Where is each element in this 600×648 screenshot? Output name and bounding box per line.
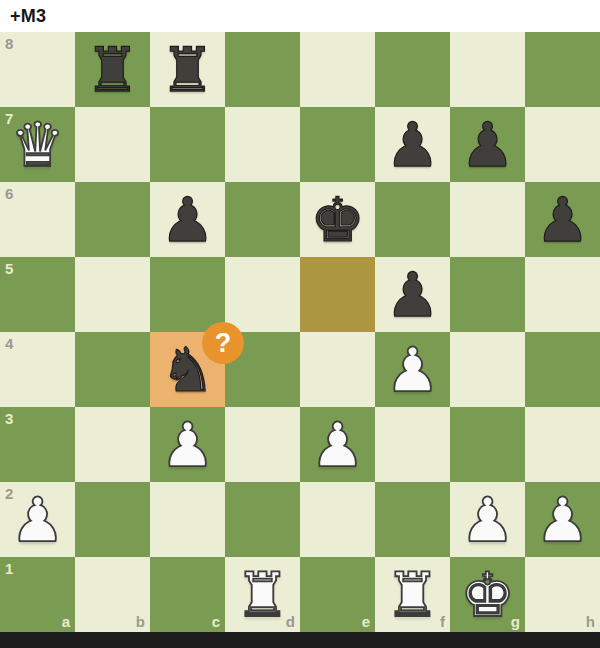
square-a2[interactable]: 2♟ xyxy=(0,482,75,557)
piece-white-king[interactable]: ♚ xyxy=(450,557,525,632)
file-label-e: e xyxy=(362,613,370,630)
square-e4[interactable] xyxy=(300,332,375,407)
square-h3[interactable] xyxy=(525,407,600,482)
square-a5[interactable]: 5 xyxy=(0,257,75,332)
square-b8[interactable]: ♜ xyxy=(75,32,150,107)
piece-white-pawn[interactable]: ♟ xyxy=(300,407,375,482)
piece-white-pawn[interactable]: ♟ xyxy=(525,482,600,557)
square-g3[interactable] xyxy=(450,407,525,482)
rank-label-6: 6 xyxy=(5,185,13,202)
square-f7[interactable]: ♟ xyxy=(375,107,450,182)
square-h7[interactable] xyxy=(525,107,600,182)
piece-white-rook[interactable]: ♜ xyxy=(225,557,300,632)
rank-label-5: 5 xyxy=(5,260,13,277)
square-a6[interactable]: 6 xyxy=(0,182,75,257)
square-c1[interactable]: c xyxy=(150,557,225,632)
square-c5[interactable] xyxy=(150,257,225,332)
piece-white-pawn[interactable]: ♟ xyxy=(150,407,225,482)
square-c7[interactable] xyxy=(150,107,225,182)
square-g8[interactable] xyxy=(450,32,525,107)
piece-black-pawn[interactable]: ♟ xyxy=(150,182,225,257)
square-b4[interactable] xyxy=(75,332,150,407)
square-f1[interactable]: f♜ xyxy=(375,557,450,632)
square-d1[interactable]: d♜ xyxy=(225,557,300,632)
square-f8[interactable] xyxy=(375,32,450,107)
square-c3[interactable]: ♟ xyxy=(150,407,225,482)
square-f4[interactable]: ♟ xyxy=(375,332,450,407)
square-b6[interactable] xyxy=(75,182,150,257)
piece-white-pawn[interactable]: ♟ xyxy=(450,482,525,557)
file-label-b: b xyxy=(136,613,145,630)
piece-black-king[interactable]: ♚ xyxy=(300,182,375,257)
square-b5[interactable] xyxy=(75,257,150,332)
square-g4[interactable] xyxy=(450,332,525,407)
piece-black-pawn[interactable]: ♟ xyxy=(450,107,525,182)
chess-board: ? 8♜♜7♛♟♟6♟♚♟5♟4♞♟3♟♟2♟♟♟1abcd♜ef♜g♚h xyxy=(0,32,600,632)
piece-black-pawn[interactable]: ♟ xyxy=(525,182,600,257)
square-h4[interactable] xyxy=(525,332,600,407)
rank-label-1: 1 xyxy=(5,560,13,577)
square-g6[interactable] xyxy=(450,182,525,257)
square-d8[interactable] xyxy=(225,32,300,107)
square-d5[interactable] xyxy=(225,257,300,332)
square-e1[interactable]: e xyxy=(300,557,375,632)
square-e6[interactable]: ♚ xyxy=(300,182,375,257)
square-a1[interactable]: 1a xyxy=(0,557,75,632)
square-a8[interactable]: 8 xyxy=(0,32,75,107)
piece-black-pawn[interactable]: ♟ xyxy=(375,257,450,332)
square-e2[interactable] xyxy=(300,482,375,557)
piece-black-rook[interactable]: ♜ xyxy=(150,32,225,107)
piece-white-rook[interactable]: ♜ xyxy=(375,557,450,632)
square-f2[interactable] xyxy=(375,482,450,557)
square-f6[interactable] xyxy=(375,182,450,257)
square-a3[interactable]: 3 xyxy=(0,407,75,482)
piece-white-pawn[interactable]: ♟ xyxy=(0,482,75,557)
square-b1[interactable]: b xyxy=(75,557,150,632)
square-g2[interactable]: ♟ xyxy=(450,482,525,557)
square-e3[interactable]: ♟ xyxy=(300,407,375,482)
piece-white-queen[interactable]: ♛ xyxy=(0,107,75,182)
square-e5[interactable] xyxy=(300,257,375,332)
square-c6[interactable]: ♟ xyxy=(150,182,225,257)
rank-label-4: 4 xyxy=(5,335,13,352)
file-label-a: a xyxy=(62,613,70,630)
square-g7[interactable]: ♟ xyxy=(450,107,525,182)
square-g1[interactable]: g♚ xyxy=(450,557,525,632)
square-h5[interactable] xyxy=(525,257,600,332)
square-g5[interactable] xyxy=(450,257,525,332)
file-label-c: c xyxy=(212,613,220,630)
bottom-bar xyxy=(0,632,600,648)
square-d7[interactable] xyxy=(225,107,300,182)
evaluation-label: +M3 xyxy=(10,6,46,27)
square-b3[interactable] xyxy=(75,407,150,482)
eval-header: +M3 xyxy=(0,0,600,32)
mistake-badge: ? xyxy=(202,322,244,364)
square-c2[interactable] xyxy=(150,482,225,557)
piece-white-pawn[interactable]: ♟ xyxy=(375,332,450,407)
square-d2[interactable] xyxy=(225,482,300,557)
file-label-h: h xyxy=(586,613,595,630)
square-h6[interactable]: ♟ xyxy=(525,182,600,257)
piece-black-rook[interactable]: ♜ xyxy=(75,32,150,107)
square-e7[interactable] xyxy=(300,107,375,182)
square-a4[interactable]: 4 xyxy=(0,332,75,407)
square-h1[interactable]: h xyxy=(525,557,600,632)
rank-label-8: 8 xyxy=(5,35,13,52)
square-f3[interactable] xyxy=(375,407,450,482)
square-c8[interactable]: ♜ xyxy=(150,32,225,107)
square-b7[interactable] xyxy=(75,107,150,182)
square-d3[interactable] xyxy=(225,407,300,482)
square-h8[interactable] xyxy=(525,32,600,107)
rank-label-3: 3 xyxy=(5,410,13,427)
square-d6[interactable] xyxy=(225,182,300,257)
square-h2[interactable]: ♟ xyxy=(525,482,600,557)
square-b2[interactable] xyxy=(75,482,150,557)
square-e8[interactable] xyxy=(300,32,375,107)
piece-black-pawn[interactable]: ♟ xyxy=(375,107,450,182)
square-f5[interactable]: ♟ xyxy=(375,257,450,332)
square-a7[interactable]: 7♛ xyxy=(0,107,75,182)
